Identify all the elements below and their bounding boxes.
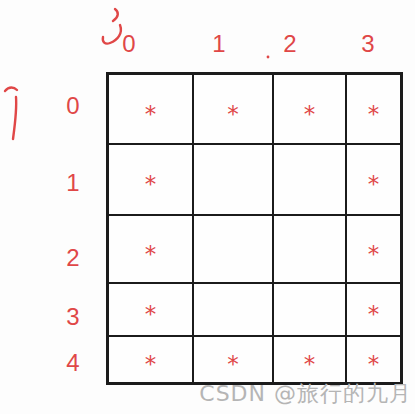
cell-4-1: * (194, 337, 274, 382)
row-label-1: 1 (66, 171, 79, 195)
row-label-0: 0 (66, 94, 79, 118)
asterisk-mark: * (145, 243, 157, 266)
cell-2-2 (274, 216, 347, 284)
asterisk-mark: * (368, 173, 380, 196)
cell-0-3: * (347, 75, 400, 145)
asterisk-mark: * (145, 303, 157, 326)
cell-1-0: * (109, 145, 194, 216)
asterisk-mark: * (304, 103, 316, 126)
cell-4-2: * (274, 337, 347, 382)
cell-3-1 (194, 284, 274, 337)
watermark: CSDN @旅行的九月 (199, 379, 412, 409)
cell-3-3: * (347, 284, 400, 337)
cell-2-1 (194, 216, 274, 284)
cell-0-1: * (194, 75, 274, 145)
cell-1-1 (194, 145, 274, 216)
cell-1-2 (274, 145, 347, 216)
col-label-3: 3 (361, 32, 374, 56)
row-label-4: 4 (66, 351, 79, 375)
cell-4-3: * (347, 337, 400, 382)
asterisk-mark: * (368, 103, 380, 126)
diagram-canvas: 0123 01234 ************** CSDN @旅行的九月 (0, 0, 415, 414)
cell-1-3: * (347, 145, 400, 216)
axis-label-i-icon (5, 88, 17, 140)
col-label-0: 0 (122, 32, 135, 56)
asterisk-mark: * (368, 243, 380, 266)
asterisk-mark: * (368, 353, 380, 376)
asterisk-mark: * (145, 173, 157, 196)
cell-4-0: * (109, 337, 194, 382)
cell-0-0: * (109, 75, 194, 145)
axis-label-j-icon (103, 9, 121, 44)
col-label-2: 2 (283, 32, 296, 56)
grid-board: ************** (106, 72, 403, 385)
asterisk-mark: * (145, 103, 157, 126)
cell-2-3: * (347, 216, 400, 284)
cell-3-0: * (109, 284, 194, 337)
asterisk-mark: * (227, 353, 239, 376)
row-label-3: 3 (66, 305, 79, 329)
cell-2-0: * (109, 216, 194, 284)
asterisk-mark: * (304, 353, 316, 376)
cell-3-2 (274, 284, 347, 337)
asterisk-mark: * (227, 103, 239, 126)
asterisk-mark: * (145, 353, 157, 376)
row-label-2: 2 (66, 246, 79, 270)
cell-0-2: * (274, 75, 347, 145)
col-label-1: 1 (212, 32, 225, 56)
asterisk-mark: * (368, 303, 380, 326)
